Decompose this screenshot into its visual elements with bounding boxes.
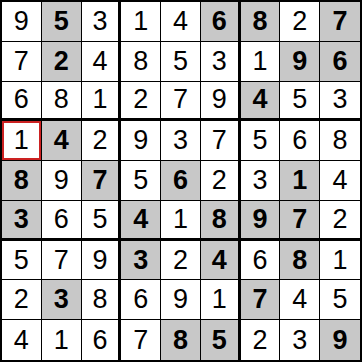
cell-r5c3[interactable]: 7 xyxy=(82,161,122,201)
cell-r8c7[interactable]: 7 xyxy=(241,280,281,320)
cell-r8c6[interactable]: 1 xyxy=(201,280,241,320)
cell-r8c4[interactable]: 6 xyxy=(121,280,161,320)
cell-r7c6[interactable]: 4 xyxy=(201,241,241,281)
cell-r7c9[interactable]: 1 xyxy=(320,241,360,281)
cell-r4c2[interactable]: 4 xyxy=(42,121,82,161)
cell-r2c4[interactable]: 8 xyxy=(121,42,161,82)
cell-r9c3[interactable]: 6 xyxy=(82,320,122,360)
cell-r1c2[interactable]: 5 xyxy=(42,2,82,42)
cell-r6c9[interactable]: 2 xyxy=(320,201,360,241)
cell-r7c7[interactable]: 6 xyxy=(241,241,281,281)
cell-r9c2[interactable]: 1 xyxy=(42,320,82,360)
cell-r9c9[interactable]: 9 xyxy=(320,320,360,360)
cell-r7c4[interactable]: 3 xyxy=(121,241,161,281)
cell-r4c6[interactable]: 7 xyxy=(201,121,241,161)
cell-r2c1[interactable]: 7 xyxy=(2,42,42,82)
cell-r2c8[interactable]: 9 xyxy=(280,42,320,82)
cell-r9c8[interactable]: 3 xyxy=(280,320,320,360)
cell-r8c2[interactable]: 3 xyxy=(42,280,82,320)
cell-r3c6[interactable]: 9 xyxy=(201,82,241,122)
cell-r7c5[interactable]: 2 xyxy=(161,241,201,281)
cell-r2c3[interactable]: 4 xyxy=(82,42,122,82)
cell-r1c1[interactable]: 9 xyxy=(2,2,42,42)
cell-r8c1[interactable]: 2 xyxy=(2,280,42,320)
cell-r1c8[interactable]: 2 xyxy=(280,2,320,42)
cell-r4c8[interactable]: 6 xyxy=(280,121,320,161)
cell-r3c7[interactable]: 4 xyxy=(241,82,281,122)
cell-r2c5[interactable]: 5 xyxy=(161,42,201,82)
cell-r4c3[interactable]: 2 xyxy=(82,121,122,161)
cell-r4c1[interactable]: 1 xyxy=(2,121,42,161)
cell-r9c5[interactable]: 8 xyxy=(161,320,201,360)
cell-r5c4[interactable]: 5 xyxy=(121,161,161,201)
cell-r5c8[interactable]: 1 xyxy=(280,161,320,201)
cell-r4c7[interactable]: 5 xyxy=(241,121,281,161)
cell-r1c4[interactable]: 1 xyxy=(121,2,161,42)
cell-r3c3[interactable]: 1 xyxy=(82,82,122,122)
cell-r4c9[interactable]: 8 xyxy=(320,121,360,161)
cell-r1c9[interactable]: 7 xyxy=(320,2,360,42)
cell-r5c1[interactable]: 8 xyxy=(2,161,42,201)
cell-r6c4[interactable]: 4 xyxy=(121,201,161,241)
cell-r1c7[interactable]: 8 xyxy=(241,2,281,42)
cell-r3c5[interactable]: 7 xyxy=(161,82,201,122)
cell-r3c8[interactable]: 5 xyxy=(280,82,320,122)
cell-r6c5[interactable]: 1 xyxy=(161,201,201,241)
cell-r8c8[interactable]: 4 xyxy=(280,280,320,320)
cell-r7c1[interactable]: 5 xyxy=(2,241,42,281)
cell-r2c9[interactable]: 6 xyxy=(320,42,360,82)
cell-r5c7[interactable]: 3 xyxy=(241,161,281,201)
cell-r9c1[interactable]: 4 xyxy=(2,320,42,360)
cell-r9c7[interactable]: 2 xyxy=(241,320,281,360)
cell-r9c6[interactable]: 5 xyxy=(201,320,241,360)
cell-r5c5[interactable]: 6 xyxy=(161,161,201,201)
cell-r8c3[interactable]: 8 xyxy=(82,280,122,320)
cell-r8c5[interactable]: 9 xyxy=(161,280,201,320)
cell-r6c6[interactable]: 8 xyxy=(201,201,241,241)
cell-r3c9[interactable]: 3 xyxy=(320,82,360,122)
cell-r2c6[interactable]: 3 xyxy=(201,42,241,82)
cell-r5c2[interactable]: 9 xyxy=(42,161,82,201)
cell-r3c1[interactable]: 6 xyxy=(2,82,42,122)
cell-r7c8[interactable]: 8 xyxy=(280,241,320,281)
cell-r6c8[interactable]: 7 xyxy=(280,201,320,241)
cell-r8c9[interactable]: 5 xyxy=(320,280,360,320)
sudoku-board: 9531468277248531966812794531429375688975… xyxy=(0,0,362,362)
cell-r4c5[interactable]: 3 xyxy=(161,121,201,161)
cell-r5c9[interactable]: 4 xyxy=(320,161,360,201)
cell-r1c6[interactable]: 6 xyxy=(201,2,241,42)
cell-r5c6[interactable]: 2 xyxy=(201,161,241,201)
cell-r3c2[interactable]: 8 xyxy=(42,82,82,122)
cell-r6c1[interactable]: 3 xyxy=(2,201,42,241)
cell-r7c3[interactable]: 9 xyxy=(82,241,122,281)
cell-r2c2[interactable]: 2 xyxy=(42,42,82,82)
cell-r9c4[interactable]: 7 xyxy=(121,320,161,360)
cell-r1c3[interactable]: 3 xyxy=(82,2,122,42)
cell-r6c7[interactable]: 9 xyxy=(241,201,281,241)
cell-r7c2[interactable]: 7 xyxy=(42,241,82,281)
cell-r1c5[interactable]: 4 xyxy=(161,2,201,42)
cell-r4c4[interactable]: 9 xyxy=(121,121,161,161)
cell-r6c2[interactable]: 6 xyxy=(42,201,82,241)
cell-r6c3[interactable]: 5 xyxy=(82,201,122,241)
cell-r2c7[interactable]: 1 xyxy=(241,42,281,82)
cell-r3c4[interactable]: 2 xyxy=(121,82,161,122)
